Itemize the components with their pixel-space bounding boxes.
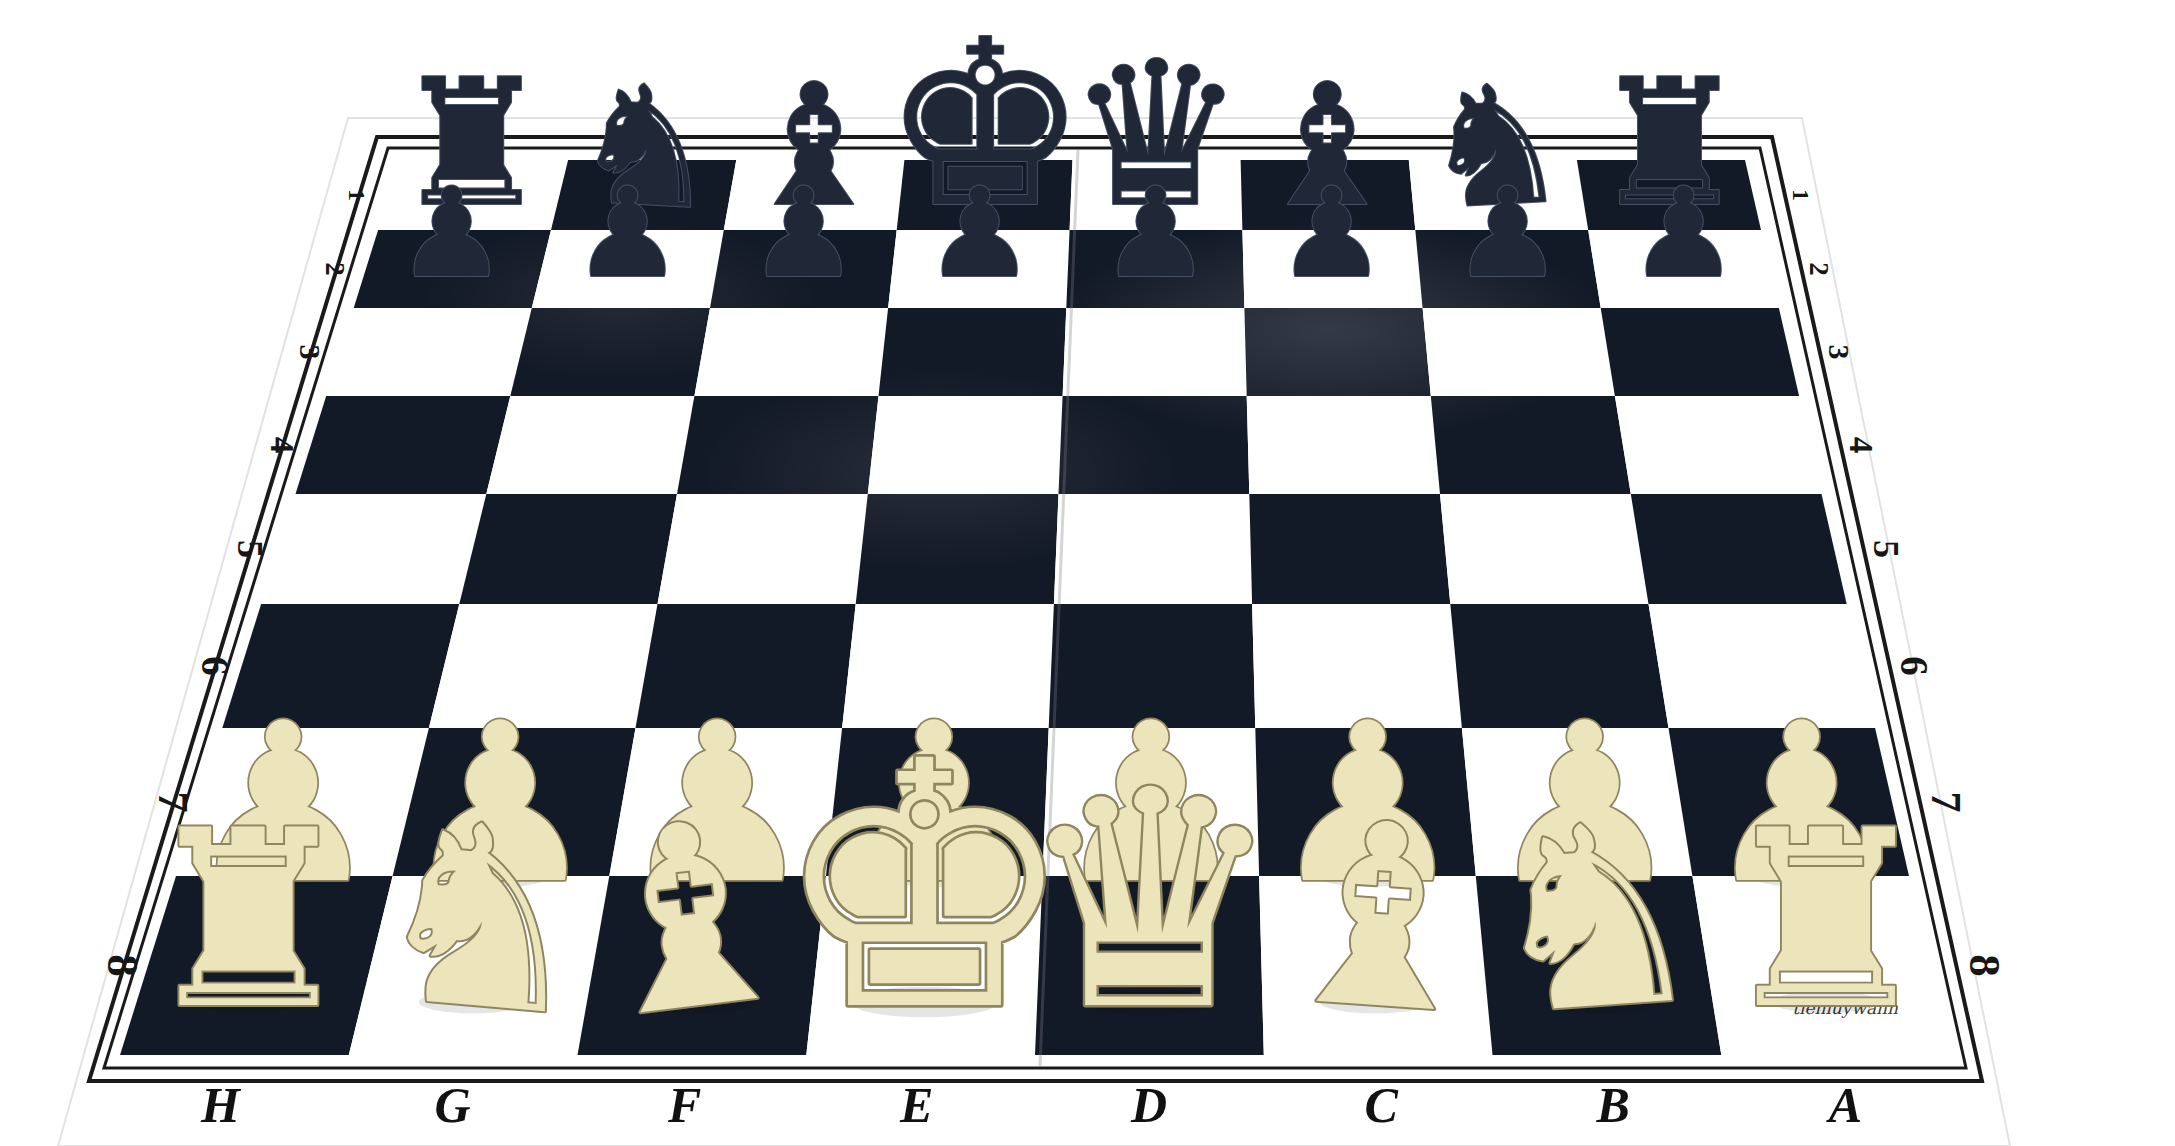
- rank-label-right-4: 4: [1843, 437, 1879, 454]
- square-a3[interactable]: [1601, 308, 1799, 396]
- piece-wR-h8[interactable]: ♜: [138, 778, 358, 1063]
- piece-bP-g2[interactable]: ♟: [572, 161, 683, 305]
- file-label-b: B: [1596, 1077, 1630, 1133]
- square-c5[interactable]: [1249, 494, 1450, 604]
- rank-label-right-6: 6: [1893, 656, 1936, 676]
- piece-bP-e2[interactable]: ♟: [924, 161, 1035, 305]
- rank-label-left-3: 3: [294, 345, 327, 360]
- rank-label-left-5: 5: [230, 540, 270, 558]
- rank-label-left-4: 4: [264, 437, 300, 454]
- file-label-e: E: [899, 1077, 933, 1133]
- square-h5[interactable]: [261, 494, 486, 604]
- file-label-d: D: [1130, 1077, 1167, 1133]
- piece-bP-h2[interactable]: ♟: [396, 161, 507, 305]
- square-h4[interactable]: [296, 396, 511, 494]
- rank-label-right-3: 3: [1823, 345, 1856, 360]
- piece-bP-c2[interactable]: ♟: [1276, 161, 1387, 305]
- rank-label-left-1: 1: [344, 189, 370, 201]
- piece-wN-b8[interactable]: ♞: [1473, 766, 1717, 1072]
- file-label-c: C: [1364, 1077, 1398, 1133]
- square-a4[interactable]: [1615, 396, 1822, 494]
- square-b5[interactable]: [1440, 494, 1649, 604]
- piece-wB-c8[interactable]: ♝: [1258, 764, 1504, 1072]
- rank-label-right-8: 8: [1960, 954, 2010, 977]
- file-label-a: A: [1826, 1077, 1862, 1133]
- chessboard-photo: HGFEDCBA1122334455667788tienluywanh♜♞♝♚♛…: [0, 0, 2175, 1146]
- rank-label-left-6: 6: [194, 656, 237, 676]
- square-a5[interactable]: [1631, 494, 1847, 604]
- rank-label-right-5: 5: [1866, 540, 1906, 558]
- file-label-f: F: [667, 1077, 701, 1133]
- gloss-sheen: [700, 370, 1180, 570]
- rank-label-right-2: 2: [1804, 262, 1834, 276]
- square-g5[interactable]: [459, 494, 677, 604]
- chessboard-svg: HGFEDCBA1122334455667788tienluywanh♜♞♝♚♛…: [0, 0, 2175, 1146]
- file-label-g: G: [435, 1077, 471, 1133]
- rank-label-left-2: 2: [320, 262, 350, 276]
- file-label-h: H: [200, 1077, 242, 1133]
- piece-bP-d2[interactable]: ♟: [1100, 161, 1211, 305]
- piece-wR-a8[interactable]: ♜: [1716, 778, 1936, 1063]
- piece-wQ-d8[interactable]: ♛: [1015, 727, 1284, 1076]
- piece-bP-b2[interactable]: ♟: [1452, 161, 1563, 305]
- piece-bP-a2[interactable]: ♟: [1628, 161, 1739, 305]
- piece-bP-f2[interactable]: ♟: [748, 161, 859, 305]
- square-g4[interactable]: [486, 396, 694, 494]
- rank-label-right-1: 1: [1788, 189, 1814, 201]
